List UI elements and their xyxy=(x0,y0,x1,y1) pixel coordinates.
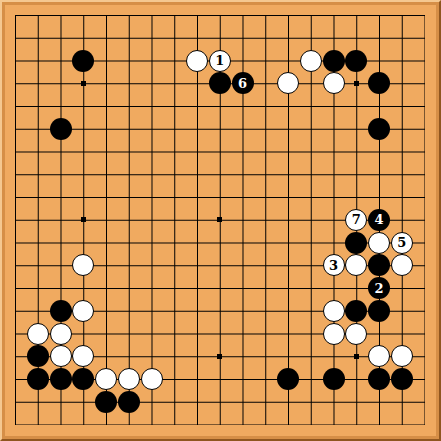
black-stone xyxy=(345,49,368,72)
black-stone-glyph xyxy=(209,72,231,94)
black-stone xyxy=(117,390,140,413)
white-stone xyxy=(368,231,391,254)
white-stone-glyph xyxy=(118,368,140,390)
white-stone xyxy=(322,322,345,345)
black-stone xyxy=(26,345,49,368)
black-stone-glyph xyxy=(72,50,94,72)
black-stone xyxy=(26,368,49,391)
black-stone-glyph xyxy=(50,118,72,140)
white-stone-glyph xyxy=(50,345,72,367)
white-stone xyxy=(277,72,300,95)
white-stone-glyph xyxy=(391,345,413,367)
white-stone xyxy=(72,299,95,322)
white-stone-glyph xyxy=(27,323,49,345)
white-stone xyxy=(186,49,209,72)
black-stone xyxy=(49,299,72,322)
black-stone xyxy=(368,299,391,322)
white-stone-glyph xyxy=(95,368,117,390)
white-stone xyxy=(322,72,345,95)
black-stone-glyph xyxy=(368,72,390,94)
black-stone xyxy=(368,368,391,391)
white-stone-glyph xyxy=(186,50,208,72)
white-stone-glyph: 7 xyxy=(345,209,367,231)
white-stone xyxy=(345,322,368,345)
black-stone xyxy=(72,368,95,391)
white-stone xyxy=(299,49,322,72)
white-stone-glyph xyxy=(72,300,94,322)
white-stone xyxy=(95,368,118,391)
black-stone xyxy=(322,368,345,391)
black-stone xyxy=(368,117,391,140)
black-stone-glyph xyxy=(50,300,72,322)
black-stone-move-2: 2 xyxy=(368,277,391,300)
black-stone-glyph xyxy=(27,368,49,390)
white-stone-glyph xyxy=(72,345,94,367)
white-stone xyxy=(72,254,95,277)
black-stone-glyph xyxy=(95,391,117,413)
black-stone xyxy=(49,368,72,391)
black-stone-glyph xyxy=(345,232,367,254)
black-stone-move-4: 4 xyxy=(368,208,391,231)
white-stone-glyph xyxy=(300,50,322,72)
white-stone xyxy=(26,322,49,345)
stones-layer: 1674532 xyxy=(4,4,436,436)
black-stone-glyph xyxy=(345,50,367,72)
white-stone xyxy=(49,322,72,345)
black-stone-glyph xyxy=(368,368,390,390)
white-stone-glyph: 3 xyxy=(323,254,345,276)
black-stone-move-6: 6 xyxy=(231,72,254,95)
white-stone-glyph xyxy=(391,254,413,276)
white-stone-move-3: 3 xyxy=(322,254,345,277)
black-stone-glyph xyxy=(50,368,72,390)
black-stone-glyph xyxy=(391,368,413,390)
black-stone xyxy=(390,368,413,391)
black-stone xyxy=(95,390,118,413)
black-stone xyxy=(49,117,72,140)
black-stone-glyph xyxy=(345,300,367,322)
white-stone-glyph xyxy=(368,232,390,254)
black-stone-glyph xyxy=(323,50,345,72)
black-stone-glyph: 6 xyxy=(232,72,254,94)
white-stone xyxy=(322,299,345,322)
black-stone xyxy=(322,49,345,72)
white-stone xyxy=(140,368,163,391)
white-stone-glyph xyxy=(345,254,367,276)
white-stone-move-7: 7 xyxy=(345,208,368,231)
white-stone xyxy=(345,254,368,277)
white-stone xyxy=(390,254,413,277)
black-stone-glyph xyxy=(323,368,345,390)
black-stone-glyph xyxy=(368,118,390,140)
white-stone xyxy=(117,368,140,391)
black-stone xyxy=(277,368,300,391)
black-stone-glyph xyxy=(72,368,94,390)
white-stone-glyph xyxy=(323,300,345,322)
white-stone xyxy=(368,345,391,368)
black-stone xyxy=(345,231,368,254)
black-stone xyxy=(368,254,391,277)
white-stone-glyph xyxy=(72,254,94,276)
black-stone-glyph: 2 xyxy=(368,277,390,299)
white-stone xyxy=(72,345,95,368)
black-stone xyxy=(368,72,391,95)
black-stone-glyph: 4 xyxy=(368,209,390,231)
white-stone-move-1: 1 xyxy=(208,49,231,72)
black-stone-glyph xyxy=(368,254,390,276)
black-stone-glyph xyxy=(118,391,140,413)
black-stone xyxy=(72,49,95,72)
white-stone-glyph xyxy=(277,72,299,94)
white-stone-glyph xyxy=(345,323,367,345)
black-stone-glyph xyxy=(277,368,299,390)
white-stone xyxy=(390,345,413,368)
white-stone-glyph xyxy=(323,72,345,94)
white-stone xyxy=(49,345,72,368)
white-stone-glyph xyxy=(50,323,72,345)
black-stone-glyph xyxy=(368,300,390,322)
white-stone-glyph: 1 xyxy=(209,50,231,72)
black-stone xyxy=(208,72,231,95)
white-stone-glyph xyxy=(141,368,163,390)
white-stone-glyph xyxy=(323,323,345,345)
white-stone-glyph xyxy=(368,345,390,367)
white-stone-move-5: 5 xyxy=(390,231,413,254)
go-board: 1674532 xyxy=(0,0,441,441)
black-stone-glyph xyxy=(27,345,49,367)
black-stone xyxy=(345,299,368,322)
white-stone-glyph: 5 xyxy=(391,232,413,254)
